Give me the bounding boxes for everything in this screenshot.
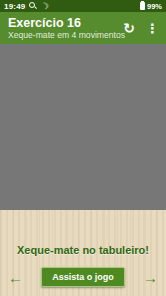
app-bar: Exercício 16 Xeque-mate em 4 movimentos … [0, 12, 166, 44]
app-screen: 19:49 ☽ 99% Exercício 16 Xeque-mate em 4… [0, 0, 166, 296]
do-not-disturb-moon-icon: ☽ [40, 0, 50, 11]
overflow-menu-icon[interactable]: ⋮ [146, 22, 159, 35]
app-bar-titles: Exercício 16 Xeque-mate em 4 movimentos [8, 16, 119, 40]
footer-panel: Xeque-mate no tabuleiro! ← Assista o jog… [0, 210, 166, 296]
page-title: Exercício 16 [8, 16, 119, 30]
footer-nav-row: ← Assista o jogo → [0, 267, 166, 296]
search-icon [29, 2, 37, 11]
chess-board [0, 44, 166, 210]
watch-game-button[interactable]: Assista o jogo [41, 267, 125, 287]
previous-exercise-arrow-button[interactable]: ← [8, 270, 23, 285]
app-bar-actions: ↻ ⋮ [119, 21, 166, 35]
battery-percent: 99% [147, 2, 162, 11]
refresh-icon[interactable]: ↻ [123, 21, 135, 35]
page-subtitle: Xeque-mate em 4 movimentos [8, 30, 119, 40]
next-exercise-arrow-button[interactable]: → [143, 270, 158, 285]
status-bar-left: 19:49 ☽ [4, 2, 140, 11]
status-bar: 19:49 ☽ 99% [0, 0, 166, 12]
status-bar-right: 99% [140, 2, 162, 11]
battery-icon [140, 2, 145, 10]
checkmate-message: Xeque-mate no tabuleiro! [0, 244, 166, 256]
clock: 19:49 [4, 2, 25, 11]
